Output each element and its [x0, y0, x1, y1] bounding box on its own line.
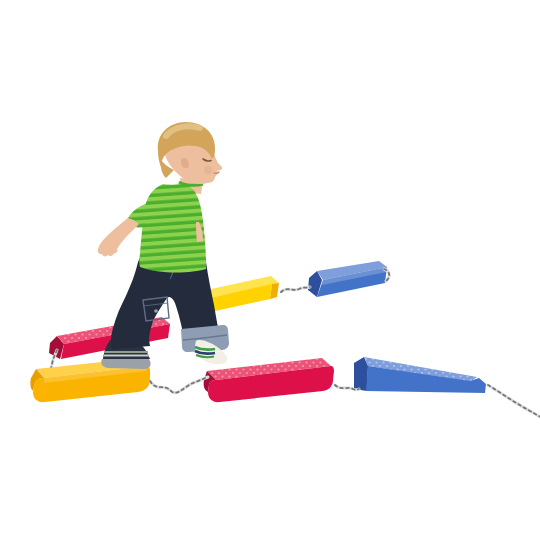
- scene-canvas: [0, 0, 540, 540]
- pocket-stud: [154, 309, 158, 313]
- product-photo: [0, 0, 540, 540]
- left-arm: [98, 218, 139, 256]
- shirt-body: [139, 183, 206, 273]
- rope-yellow-to-red: [150, 377, 208, 393]
- beam-end-face: [354, 357, 368, 391]
- head: [158, 122, 222, 184]
- shoe-sole: [101, 359, 150, 369]
- rope-trailing-off-edge: [488, 385, 540, 418]
- cheek: [204, 166, 212, 174]
- balance-beam-red-front: [204, 358, 334, 402]
- t-shirt: [127, 182, 206, 273]
- rope-yellow-to-blue: [281, 287, 310, 292]
- balance-beam-blue-upper: [308, 261, 387, 297]
- balance-beam-blue-front: [354, 357, 486, 393]
